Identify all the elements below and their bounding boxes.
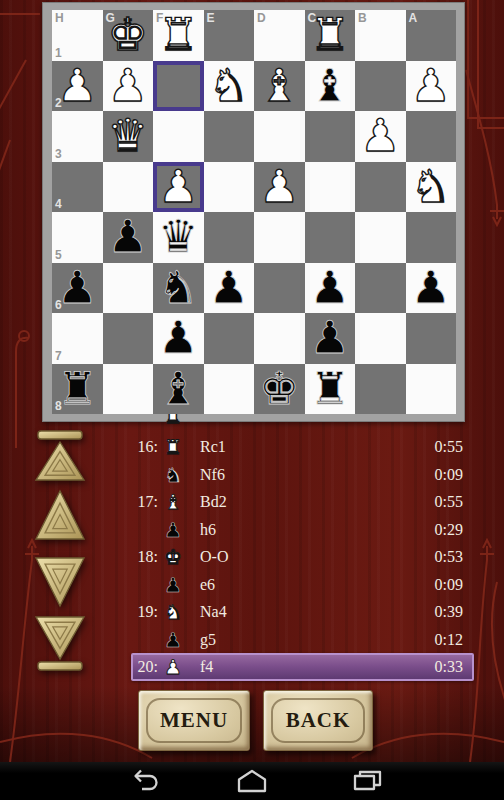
move-number: 16:: [128, 433, 158, 461]
move-san: g5: [200, 626, 216, 654]
move-number: 18:: [128, 543, 158, 571]
move-row-Bd2[interactable]: 17:♝Bd20:55: [0, 488, 504, 516]
black-pawn-icon: ♟: [159, 626, 187, 654]
white-knight[interactable]: ♞: [406, 162, 457, 213]
square-a4[interactable]: ♞: [406, 162, 457, 213]
back-button-label: BACK: [286, 708, 351, 733]
square-a7[interactable]: [406, 313, 457, 364]
square-f4[interactable]: ♟: [153, 162, 204, 213]
file-label-b: B: [358, 12, 367, 24]
square-g4[interactable]: [103, 162, 154, 213]
move-time: 0:55: [435, 488, 463, 516]
move-san: Na4: [200, 598, 227, 626]
move-row-h6[interactable]: ♟h60:29: [0, 516, 504, 544]
square-a1[interactable]: A: [406, 10, 457, 61]
square-e3[interactable]: [204, 111, 255, 162]
square-c2[interactable]: ♝: [305, 61, 356, 112]
white-pawn[interactable]: ♟: [355, 111, 406, 162]
move-time: 0:55: [435, 433, 463, 461]
square-f2[interactable]: [153, 61, 204, 112]
move-row-O-O[interactable]: 18:♚O-O0:53: [0, 543, 504, 571]
android-back-icon[interactable]: [125, 768, 161, 794]
square-e5[interactable]: [204, 212, 255, 263]
move-san: f4: [200, 653, 213, 681]
square-b6[interactable]: [355, 263, 406, 314]
white-bishop-icon: ♝: [159, 488, 187, 516]
move-san: O-O: [200, 543, 228, 571]
square-a8[interactable]: [406, 364, 457, 415]
square-h3[interactable]: 3: [52, 111, 103, 162]
move-time: 0:09: [435, 461, 463, 489]
square-g2[interactable]: ♟: [103, 61, 154, 112]
white-pawn[interactable]: ♟: [103, 61, 154, 112]
file-label-e: E: [207, 12, 215, 24]
board-grid: H1G♚F♜EDC♜BA2♟♟♞♝♝♟3♛♟4♟♟♞5♟♛6♟♞♟♟♟7♟♟8♜…: [52, 10, 456, 414]
white-bishop[interactable]: ♝: [254, 61, 305, 112]
move-san: e6: [200, 571, 215, 599]
square-a6[interactable]: ♟: [406, 263, 457, 314]
square-d4[interactable]: ♟: [254, 162, 305, 213]
white-rook[interactable]: ♜: [153, 10, 204, 61]
square-b5[interactable]: [355, 212, 406, 263]
square-d2[interactable]: ♝: [254, 61, 305, 112]
square-h8[interactable]: 8♜: [52, 364, 103, 415]
black-rook[interactable]: ♜: [305, 364, 356, 415]
scrolled-piece-icon: ♜: [159, 414, 187, 427]
square-f1[interactable]: F♜: [153, 10, 204, 61]
white-pawn[interactable]: ♟: [52, 61, 103, 112]
square-b1[interactable]: B: [355, 10, 406, 61]
black-pawn[interactable]: ♟: [305, 313, 356, 364]
square-b2[interactable]: [355, 61, 406, 112]
square-c7[interactable]: ♟: [305, 313, 356, 364]
black-knight[interactable]: ♞: [153, 263, 204, 314]
black-pawn-icon: ♟: [159, 516, 187, 544]
move-row-Na4[interactable]: 19:♞Na40:39: [0, 598, 504, 626]
square-d8[interactable]: ♚: [254, 364, 305, 415]
rank-label-1: 1: [55, 47, 62, 59]
black-bishop[interactable]: ♝: [305, 61, 356, 112]
square-b4[interactable]: [355, 162, 406, 213]
square-g3[interactable]: ♛: [103, 111, 154, 162]
square-c4[interactable]: [305, 162, 356, 213]
square-c6[interactable]: ♟: [305, 263, 356, 314]
square-h5[interactable]: 5: [52, 212, 103, 263]
square-b8[interactable]: [355, 364, 406, 415]
file-label-d: D: [257, 12, 266, 24]
move-time: 0:53: [435, 543, 463, 571]
white-pawn[interactable]: ♟: [153, 162, 204, 213]
square-d7[interactable]: [254, 313, 305, 364]
square-g8[interactable]: [103, 364, 154, 415]
square-e1[interactable]: E: [204, 10, 255, 61]
white-rook-icon: ♜: [159, 433, 187, 461]
white-pawn-icon: ♟: [159, 653, 187, 681]
chess-board: H1G♚F♜EDC♜BA2♟♟♞♝♝♟3♛♟4♟♟♞5♟♛6♟♞♟♟♟7♟♟8♜…: [42, 2, 465, 422]
move-time: 0:09: [435, 571, 463, 599]
move-number: 19:: [128, 598, 158, 626]
square-f8[interactable]: ♝: [153, 364, 204, 415]
square-a2[interactable]: ♟: [406, 61, 457, 112]
rank-label-5: 5: [55, 249, 62, 261]
move-number: 17:: [128, 488, 158, 516]
square-f7[interactable]: ♟: [153, 313, 204, 364]
black-queen[interactable]: ♛: [153, 212, 204, 263]
black-pawn[interactable]: ♟: [406, 263, 457, 314]
black-bishop[interactable]: ♝: [153, 364, 204, 415]
move-row-Nf6[interactable]: ♞Nf60:09: [0, 461, 504, 489]
back-button[interactable]: BACK: [263, 690, 373, 751]
move-time: 0:39: [435, 598, 463, 626]
black-pawn[interactable]: ♟: [52, 263, 103, 314]
move-time: 0:29: [435, 516, 463, 544]
square-g7[interactable]: [103, 313, 154, 364]
android-navigation-bar: [0, 762, 504, 800]
white-knight[interactable]: ♞: [204, 61, 255, 112]
move-time: 0:12: [435, 626, 463, 654]
move-number: 20:: [128, 653, 158, 681]
square-e8[interactable]: [204, 364, 255, 415]
rank-label-4: 4: [55, 198, 62, 210]
file-label-a: A: [409, 12, 418, 24]
white-pawn[interactable]: ♟: [406, 61, 457, 112]
square-c5[interactable]: [305, 212, 356, 263]
move-row-f4[interactable]: 20:♟f40:33: [0, 653, 504, 681]
white-knight-icon: ♞: [159, 598, 187, 626]
square-a5[interactable]: [406, 212, 457, 263]
black-pawn[interactable]: ♟: [153, 313, 204, 364]
square-h6[interactable]: 6♟: [52, 263, 103, 314]
square-b7[interactable]: [355, 313, 406, 364]
android-recents-icon[interactable]: [349, 768, 385, 794]
square-b3[interactable]: ♟: [355, 111, 406, 162]
square-h4[interactable]: 4: [52, 162, 103, 213]
black-pawn[interactable]: ♟: [103, 212, 154, 263]
black-pawn[interactable]: ♟: [305, 263, 356, 314]
square-f6[interactable]: ♞: [153, 263, 204, 314]
white-pawn[interactable]: ♟: [254, 162, 305, 213]
move-row-Rc1[interactable]: 16:♜Rc10:55: [0, 433, 504, 461]
move-san: Bd2: [200, 488, 227, 516]
square-h2[interactable]: 2♟: [52, 61, 103, 112]
square-e6[interactable]: ♟: [204, 263, 255, 314]
square-d1[interactable]: D: [254, 10, 305, 61]
menu-button-label: MENU: [160, 708, 228, 733]
android-home-icon[interactable]: [234, 768, 270, 794]
move-row-g5[interactable]: ♟g50:12: [0, 626, 504, 654]
white-king[interactable]: ♚: [103, 10, 154, 61]
square-g1[interactable]: G♚: [103, 10, 154, 61]
square-d6[interactable]: [254, 263, 305, 314]
square-e2[interactable]: ♞: [204, 61, 255, 112]
black-rook[interactable]: ♜: [52, 364, 103, 415]
black-king[interactable]: ♚: [254, 364, 305, 415]
white-king-icon: ♚: [159, 543, 187, 571]
square-c8[interactable]: ♜: [305, 364, 356, 415]
square-h1[interactable]: H1: [52, 10, 103, 61]
black-pawn-icon: ♟: [159, 571, 187, 599]
move-row-e6[interactable]: ♟e60:09: [0, 571, 504, 599]
square-a3[interactable]: [406, 111, 457, 162]
square-c1[interactable]: C♜: [305, 10, 356, 61]
square-d3[interactable]: [254, 111, 305, 162]
square-h7[interactable]: 7: [52, 313, 103, 364]
square-e7[interactable]: [204, 313, 255, 364]
file-label-h: H: [55, 12, 64, 24]
square-f5[interactable]: ♛: [153, 212, 204, 263]
square-f3[interactable]: [153, 111, 204, 162]
square-e4[interactable]: [204, 162, 255, 213]
chess-app-screen: H1G♚F♜EDC♜BA2♟♟♞♝♝♟3♛♟4♟♟♞5♟♛6♟♞♟♟♟7♟♟8♜…: [0, 0, 504, 800]
white-queen[interactable]: ♛: [103, 111, 154, 162]
move-san: Nf6: [200, 461, 225, 489]
move-time: 0:33: [435, 653, 463, 681]
menu-button[interactable]: MENU: [138, 690, 250, 751]
rank-label-7: 7: [55, 350, 62, 362]
white-rook[interactable]: ♜: [305, 10, 356, 61]
square-g6[interactable]: [103, 263, 154, 314]
square-g5[interactable]: ♟: [103, 212, 154, 263]
square-c3[interactable]: [305, 111, 356, 162]
rank-label-3: 3: [55, 148, 62, 160]
square-d5[interactable]: [254, 212, 305, 263]
move-san: h6: [200, 516, 216, 544]
move-san: Rc1: [200, 433, 226, 461]
black-pawn[interactable]: ♟: [204, 263, 255, 314]
black-knight-icon: ♞: [159, 461, 187, 489]
